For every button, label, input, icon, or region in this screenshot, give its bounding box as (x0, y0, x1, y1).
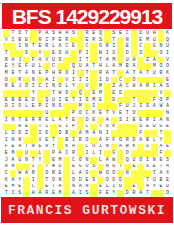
grid-cell: D (84, 117, 91, 124)
grid-cell: I (84, 50, 91, 57)
grid-cell: M (144, 37, 151, 44)
grid-cell: T (111, 37, 118, 44)
grid-cell: O (77, 157, 84, 164)
grid-cell (50, 124, 57, 131)
grid-cell: I (57, 97, 64, 104)
grid-cell: L (50, 117, 57, 124)
grid-cell: D (3, 103, 10, 110)
grid-cell: H (97, 63, 104, 70)
grid-cell: X (151, 184, 158, 191)
grid-cell (63, 164, 70, 171)
grid-cell: E (50, 50, 57, 57)
grid-cell: A (37, 57, 44, 64)
grid-cell (90, 124, 97, 131)
grid-cell: I (3, 117, 10, 124)
grid-cell (63, 157, 70, 164)
grid-cell: N (164, 110, 171, 117)
grid-cell: F (137, 130, 144, 137)
grid-cell (90, 77, 97, 84)
grid-cell: A (117, 83, 124, 90)
grid-cell (111, 117, 118, 124)
grid-cell (137, 164, 144, 171)
grid-cell: N (84, 157, 91, 164)
grid-cell (77, 83, 84, 90)
grid-cell: I (43, 37, 50, 44)
grid-cell (158, 77, 165, 84)
grid-cell: A (90, 130, 97, 137)
grid-cell: M (90, 97, 97, 104)
grid-cell (23, 90, 30, 97)
grid-cell (151, 144, 158, 151)
grid-cell (151, 130, 158, 137)
grid-cell: I (77, 190, 84, 197)
grid-cell: U (50, 97, 57, 104)
grid-cell: G (57, 124, 64, 131)
grid-cell: S (84, 97, 91, 104)
grid-cell (90, 170, 97, 177)
grid-cell: N (10, 164, 17, 171)
grid-cell (3, 43, 10, 50)
grid-cell: C (124, 30, 131, 37)
grid-cell: V (111, 110, 118, 117)
grid-cell: L (37, 150, 44, 157)
author-name: FRANCIS GURTOWSKI (8, 204, 166, 217)
grid-cell (124, 124, 131, 131)
grid-cell (117, 150, 124, 157)
grid-cell: A (164, 164, 171, 171)
grid-cell: T (97, 57, 104, 64)
grid-cell: D (30, 97, 37, 104)
grid-cell: E (43, 117, 50, 124)
grid-cell (37, 170, 44, 177)
grid-cell: N (104, 164, 111, 171)
grid-cell: E (23, 37, 30, 44)
grid-cell: E (151, 164, 158, 171)
grid-cell (43, 50, 50, 57)
grid-cell: C (84, 144, 91, 151)
grid-cell: T (43, 164, 50, 171)
grid-cell (164, 137, 171, 144)
grid-cell: E (57, 37, 64, 44)
grid-cell (144, 77, 151, 84)
grid-cell (30, 50, 37, 57)
grid-cell (37, 77, 44, 84)
grid-cell (37, 164, 44, 171)
grid-cell: D (137, 30, 144, 37)
grid-cell: U (164, 43, 171, 50)
grid-cell: L (70, 170, 77, 177)
grid-cell (23, 164, 30, 171)
grid-cell: N (57, 177, 64, 184)
grid-cell: K (131, 144, 138, 151)
grid-cell (63, 170, 70, 177)
grid-cell: U (151, 37, 158, 44)
grid-cell: K (164, 70, 171, 77)
grid-cell: T (124, 110, 131, 117)
grid-cell (144, 170, 151, 177)
grid-cell (30, 124, 37, 131)
grid-cell: T (30, 43, 37, 50)
grid-cell (151, 50, 158, 57)
grid-cell: M (3, 70, 10, 77)
grid-cell: M (97, 90, 104, 97)
grid-cell: G (144, 144, 151, 151)
grid-cell: E (23, 97, 30, 104)
grid-cell: Y (10, 63, 17, 70)
grid-cell: T (50, 137, 57, 144)
grid-cell (137, 170, 144, 177)
grid-cell: D (111, 97, 118, 104)
grid-cell: A (57, 43, 64, 50)
grid-cell: E (97, 184, 104, 191)
grid-cell: T (37, 124, 44, 131)
grid-cell: I (111, 43, 118, 50)
grid-cell: L (97, 157, 104, 164)
grid-cell (70, 57, 77, 64)
grid-cell (70, 90, 77, 97)
grid-cell: A (104, 57, 111, 64)
grid-cell: H (131, 57, 138, 64)
grid-cell (164, 90, 171, 97)
grid-cell: J (16, 57, 23, 64)
grid-cell: C (50, 63, 57, 70)
grid-cell: D (164, 184, 171, 191)
grid-cell (137, 177, 144, 184)
grid-cell (158, 110, 165, 117)
grid-cell: R (43, 144, 50, 151)
grid-cell: R (63, 37, 70, 44)
grid-cell (131, 150, 138, 157)
grid-cell: E (50, 190, 57, 197)
grid-cell: M (10, 150, 17, 157)
grid-cell (90, 137, 97, 144)
grid-cell: I (50, 77, 57, 84)
grid-cell: A (158, 83, 165, 90)
grid-cell: S (164, 157, 171, 164)
grid-cell: L (37, 63, 44, 70)
grid-cell (37, 184, 44, 191)
grid-cell: A (158, 117, 165, 124)
grid-cell: E (164, 144, 171, 151)
grid-cell: R (104, 43, 111, 50)
grid-cell: B (124, 63, 131, 70)
grid-cell: I (30, 83, 37, 90)
grid-cell: I (30, 177, 37, 184)
grid-cell (3, 110, 10, 117)
grid-cell: Q (124, 157, 131, 164)
grid-cell: N (104, 144, 111, 151)
grid-cell (23, 184, 30, 191)
grid-cell: S (90, 177, 97, 184)
grid-cell: E (97, 97, 104, 104)
grid-cell: E (23, 124, 30, 131)
grid-cell (90, 43, 97, 50)
grid-cell: R (84, 30, 91, 37)
grid-cell: W (50, 164, 57, 171)
grid-cell: C (84, 110, 91, 117)
grid-cell: D (16, 130, 23, 137)
grid-cell: L (63, 83, 70, 90)
grid-cell: A (77, 130, 84, 137)
grid-cell: O (111, 170, 118, 177)
grid-cell (37, 110, 44, 117)
grid-cell: L (104, 63, 111, 70)
grid-cell: A (124, 70, 131, 77)
grid-cell: D (57, 50, 64, 57)
grid-cell: R (30, 117, 37, 124)
grid-cell: T (50, 90, 57, 97)
grid-cell (70, 103, 77, 110)
grid-cell (151, 77, 158, 84)
grid-cell (16, 90, 23, 97)
grid-cell: V (164, 57, 171, 64)
grid-cell (43, 90, 50, 97)
grid-cell: S (23, 50, 30, 57)
grid-cell: R (158, 70, 165, 77)
grid-cell: M (77, 103, 84, 110)
grid-cell: O (77, 110, 84, 117)
grid-cell: O (111, 164, 118, 171)
grid-cell: O (117, 137, 124, 144)
grid-cell: O (164, 190, 171, 197)
grid-cell: T (158, 130, 165, 137)
grid-cell: A (57, 184, 64, 191)
grid-cell: K (63, 144, 70, 151)
grid-cell (137, 63, 144, 70)
grid-cell: B (144, 137, 151, 144)
grid-cell: C (124, 83, 131, 90)
grid-cell: I (111, 184, 118, 191)
grid-cell: I (137, 103, 144, 110)
grid-cell: I (70, 70, 77, 77)
grid-cell (57, 144, 64, 151)
grid-cell: P (37, 103, 44, 110)
grid-cell: E (43, 137, 50, 144)
grid-cell (111, 103, 118, 110)
grid-cell: L (50, 43, 57, 50)
grid-cell: T (23, 30, 30, 37)
grid-cell: E (23, 117, 30, 124)
grid-cell (151, 90, 158, 97)
grid-cell (16, 50, 23, 57)
grid-cell: H (57, 30, 64, 37)
grid-cell: O (137, 50, 144, 57)
grid-cell (16, 164, 23, 171)
grid-cell: A (104, 157, 111, 164)
grid-cell: O (104, 177, 111, 184)
grid-cell: N (164, 117, 171, 124)
grid-cell (77, 37, 84, 44)
grid-cell: C (70, 157, 77, 164)
grid-cell: I (16, 43, 23, 50)
grid-cell: E (37, 70, 44, 77)
grid-cell (164, 130, 171, 137)
grid-cell: O (90, 144, 97, 151)
grid-cell: E (37, 43, 44, 50)
grid-cell: I (10, 37, 17, 44)
grid-cell: F (158, 150, 165, 157)
grid-cell: T (3, 190, 10, 197)
grid-cell: T (50, 184, 57, 191)
grid-cell: I (10, 103, 17, 110)
title-banner: BFS 1429229913 (2, 3, 172, 29)
grid-cell: N (23, 157, 30, 164)
grid-cell: H (63, 50, 70, 57)
grid-cell: T (144, 177, 151, 184)
grid-cell: N (70, 184, 77, 191)
grid-cell (111, 130, 118, 137)
grid-cell: T (144, 190, 151, 197)
word-search-grid: TOTPASHASREQSECDUHKVIBERIPERERSTNEMUQINT… (3, 30, 171, 197)
grid-cell (23, 77, 30, 84)
grid-cell (104, 97, 111, 104)
grid-cell: W (111, 157, 118, 164)
grid-cell: N (151, 157, 158, 164)
grid-cell: K (3, 177, 10, 184)
grid-cell: D (131, 137, 138, 144)
grid-cell: R (43, 190, 50, 197)
grid-cell: G (111, 50, 118, 57)
grid-cell (164, 150, 171, 157)
grid-cell: S (164, 83, 171, 90)
grid-cell: H (131, 83, 138, 90)
grid-cell (90, 83, 97, 90)
grid-cell (97, 117, 104, 124)
grid-cell: U (23, 150, 30, 157)
grid-cell: P (164, 97, 171, 104)
grid-cell (90, 190, 97, 197)
grid-cell: Q (70, 63, 77, 70)
grid-cell: O (3, 77, 10, 84)
grid-cell: G (111, 150, 118, 157)
grid-cell (77, 144, 84, 151)
grid-cell: Z (144, 57, 151, 64)
grid-cell: N (158, 43, 165, 50)
grid-cell: Q (97, 30, 104, 37)
grid-cell: L (3, 130, 10, 137)
grid-cell (37, 90, 44, 97)
grid-cell: Y (30, 90, 37, 97)
grid-cell: A (70, 144, 77, 151)
grid-cell (84, 103, 91, 110)
grid-cell: S (70, 30, 77, 37)
grid-cell (43, 63, 50, 70)
grid-cell: S (57, 103, 64, 110)
grid-cell (63, 190, 70, 197)
grid-cell: B (63, 137, 70, 144)
grid-cell (63, 110, 70, 117)
grid-cell: U (151, 70, 158, 77)
grid-cell: I (63, 150, 70, 157)
grid-cell (151, 150, 158, 157)
grid-cell (77, 117, 84, 124)
grid-cell: E (164, 77, 171, 84)
grid-cell (124, 164, 131, 171)
grid-cell: O (104, 170, 111, 177)
grid-cell: U (77, 63, 84, 70)
grid-cell (16, 110, 23, 117)
grid-cell: D (124, 50, 131, 57)
grid-cell: E (144, 124, 151, 131)
grid-cell (111, 144, 118, 151)
grid-cell (63, 63, 70, 70)
grid-cell: E (158, 157, 165, 164)
grid-cell: I (124, 117, 131, 124)
grid-cell (63, 103, 70, 110)
grid-cell: E (3, 63, 10, 70)
grid-cell (104, 83, 111, 90)
grid-cell (37, 177, 44, 184)
grid-cell: I (84, 150, 91, 157)
grid-cell: O (10, 130, 17, 137)
grid-cell: I (63, 124, 70, 131)
grid-cell: O (158, 63, 165, 70)
grid-cell: C (3, 170, 10, 177)
grid-cell: I (43, 103, 50, 110)
grid-cell: U (144, 30, 151, 37)
grid-cell: I (151, 83, 158, 90)
page-title: BFS 1429229913 (12, 6, 163, 27)
grid-cell: R (144, 117, 151, 124)
grid-cell (37, 97, 44, 104)
grid-cell: A (137, 137, 144, 144)
grid-cell: U (16, 157, 23, 164)
grid-cell: L (151, 137, 158, 144)
grid-cell: A (23, 170, 30, 177)
grid-cell: R (50, 170, 57, 177)
grid-cell: D (117, 184, 124, 191)
grid-cell: P (70, 124, 77, 131)
grid-cell: U (124, 103, 131, 110)
grid-cell (30, 110, 37, 117)
grid-cell: T (151, 170, 158, 177)
grid-cell: D (124, 190, 131, 197)
grid-cell: E (3, 97, 10, 104)
grid-cell (90, 70, 97, 77)
grid-cell (117, 70, 124, 77)
grid-cell: N (30, 70, 37, 77)
grid-cell (10, 124, 17, 131)
grid-cell: D (117, 177, 124, 184)
grid-cell: S (144, 164, 151, 171)
grid-cell (10, 43, 17, 50)
grid-cell: W (124, 144, 131, 151)
grid-cell (77, 150, 84, 157)
grid-cell (137, 110, 144, 117)
grid-cell: M (57, 157, 64, 164)
grid-cell (117, 130, 124, 137)
grid-cell: D (104, 77, 111, 84)
grid-cell (23, 137, 30, 144)
grid-cell: F (97, 190, 104, 197)
grid-cell: F (30, 57, 37, 64)
grid-cell: A (117, 144, 124, 151)
grid-cell (117, 157, 124, 164)
grid-cell (124, 90, 131, 97)
grid-cell: Y (37, 157, 44, 164)
grid-cell (57, 110, 64, 117)
grid-cell: E (158, 184, 165, 191)
grid-cell (144, 63, 151, 70)
grid-cell (117, 124, 124, 131)
grid-cell (151, 190, 158, 197)
grid-cell: O (84, 137, 91, 144)
grid-cell (10, 50, 17, 57)
grid-cell (77, 30, 84, 37)
grid-cell: T (131, 97, 138, 104)
grid-cell: A (104, 70, 111, 77)
grid-cell (124, 177, 131, 184)
